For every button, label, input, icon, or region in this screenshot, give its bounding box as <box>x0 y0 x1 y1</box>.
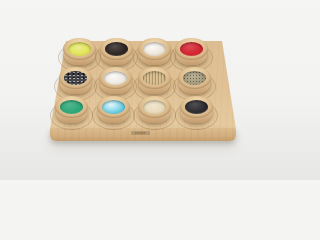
board-scene: tickit <box>0 0 270 180</box>
cup-rim <box>63 38 96 60</box>
cup-cyan-fleece[interactable] <box>97 96 130 125</box>
cup-cream-sand[interactable] <box>138 96 171 125</box>
cup-white-wool[interactable] <box>138 38 171 67</box>
cup-rim <box>59 67 92 89</box>
cup-rim <box>178 67 211 89</box>
cup-black-gravel[interactable] <box>59 67 92 96</box>
cup-tan-weave[interactable] <box>138 67 171 96</box>
cup-green-felt[interactable] <box>55 96 88 125</box>
board-row-bottom <box>53 96 213 125</box>
cup-contents-cream-sand <box>143 100 166 114</box>
cup-contents-dark-brown-felt <box>105 42 128 56</box>
cup-contents-tan-weave <box>143 71 166 85</box>
cup-rim <box>55 96 88 118</box>
cup-rim <box>97 96 130 118</box>
cup-rim <box>180 96 213 118</box>
cup-rim <box>138 38 171 60</box>
cup-contents-white-fleece <box>104 71 127 85</box>
cup-contents-red-felt <box>180 42 203 56</box>
cup-rim <box>99 67 132 89</box>
cup-contents-green-felt <box>60 100 83 114</box>
cup-red-felt[interactable] <box>175 38 208 67</box>
brand-stamp: tickit <box>131 131 150 135</box>
cup-contents-black-gravel <box>64 71 87 85</box>
cup-contents-black-smooth <box>185 100 208 114</box>
cup-khaki-mesh[interactable] <box>178 67 211 96</box>
cup-black-smooth[interactable] <box>180 96 213 125</box>
cup-contents-cyan-fleece <box>102 100 125 114</box>
board-row-top <box>53 38 213 67</box>
board-row-middle <box>53 67 213 96</box>
cup-white-fleece[interactable] <box>99 67 132 96</box>
cup-contents-yellow-sand <box>68 42 91 56</box>
cup-yellow-sand[interactable] <box>63 38 96 67</box>
cup-contents-white-wool <box>143 42 166 56</box>
cup-grid <box>53 38 213 124</box>
cup-rim <box>175 38 208 60</box>
cup-dark-brown-felt[interactable] <box>100 38 133 67</box>
cup-contents-khaki-mesh <box>183 71 206 85</box>
